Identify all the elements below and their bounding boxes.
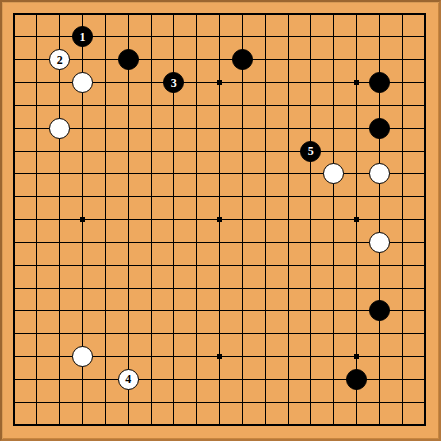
star-point <box>354 354 359 359</box>
stone-label: 4 <box>125 373 131 385</box>
stone-black-R14 <box>369 118 390 139</box>
stone-label: 5 <box>308 145 314 157</box>
grid-line-vertical <box>265 15 266 424</box>
stone-white-D16 <box>72 72 93 93</box>
stone-black-F17 <box>118 49 139 70</box>
star-point <box>217 354 222 359</box>
star-point <box>80 217 85 222</box>
stone-black-Q3 <box>346 369 367 390</box>
stone-white-R12 <box>369 163 390 184</box>
stone-white-C17: 2 <box>49 49 70 70</box>
stone-label: 3 <box>171 77 177 89</box>
stone-black-R6 <box>369 300 390 321</box>
stone-black-O13: 5 <box>300 141 321 162</box>
grid-line-horizontal <box>15 333 424 334</box>
grid-line-vertical <box>402 15 403 424</box>
grid-line-vertical <box>333 15 334 424</box>
stone-black-H16: 3 <box>163 72 184 93</box>
stone-white-F3: 4 <box>118 369 139 390</box>
stone-black-R16 <box>369 72 390 93</box>
grid-line-horizontal <box>15 402 424 403</box>
grid-line-horizontal <box>15 288 424 289</box>
board-grid[interactable]: 12354 <box>13 13 426 426</box>
grid-line-vertical <box>242 15 243 424</box>
stone-black-D18: 1 <box>72 26 93 47</box>
star-point <box>217 217 222 222</box>
stone-white-R9 <box>369 232 390 253</box>
grid-line-horizontal <box>15 265 424 266</box>
star-point <box>354 217 359 222</box>
grid-line-horizontal <box>15 310 424 311</box>
grid-line-vertical <box>310 15 311 424</box>
grid-line-horizontal <box>15 242 424 243</box>
star-point <box>354 80 359 85</box>
stone-white-P12 <box>323 163 344 184</box>
stone-black-L17 <box>232 49 253 70</box>
stone-white-D4 <box>72 346 93 367</box>
star-point <box>217 80 222 85</box>
stone-white-C14 <box>49 118 70 139</box>
stone-label: 2 <box>57 54 63 66</box>
go-board: 12354 <box>0 0 441 441</box>
grid-line-vertical <box>288 15 289 424</box>
stone-label: 1 <box>80 31 86 43</box>
